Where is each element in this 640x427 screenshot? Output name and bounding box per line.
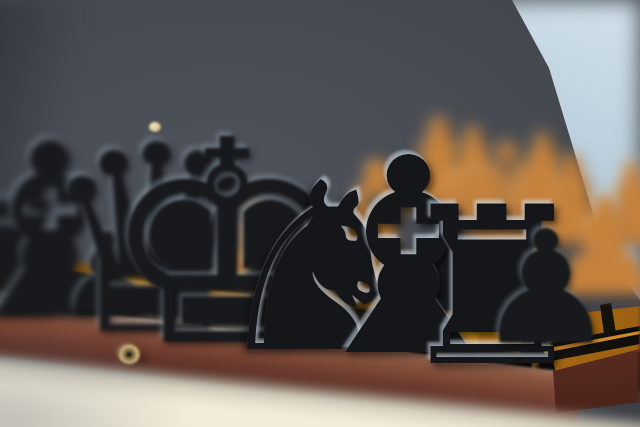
wood-pawn-right-near: ♟: [538, 181, 640, 315]
wood-king: ♚: [426, 123, 588, 285]
wood-pawn-back-1: ♟: [379, 105, 500, 226]
queen-pale-finial: [149, 122, 161, 132]
wood-pawn-back-4: ♟: [511, 142, 632, 263]
wood-pawn-back-2: ♟: [424, 116, 523, 215]
wood-pawn-back-3: ♟: [490, 123, 597, 230]
brass-screw: [117, 343, 141, 366]
chess-photo-scene: БВГДЕ ♜♝♟♛♚♟♞♝♟♜♟♟♟♝♟♟♚♟♟♟♟: [0, 0, 640, 427]
wood-pawn-right-edge: ♟: [577, 149, 640, 261]
wood-bishop: ♝: [301, 144, 454, 297]
